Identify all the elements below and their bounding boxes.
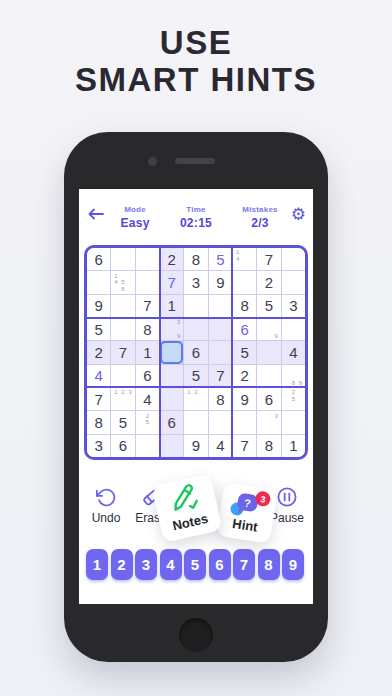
pencil-icon xyxy=(167,480,203,516)
cell-r9c6[interactable]: 4 xyxy=(209,435,232,457)
phone-mockup: Mode Easy Time 02:15 Mistakes 2/3 ⚙ 6285… xyxy=(64,132,328,662)
cell-r5c7[interactable]: 5 xyxy=(233,341,256,363)
time-stat: Time 02:15 xyxy=(180,205,212,230)
cell-r7c2[interactable]: 123 xyxy=(111,388,134,410)
undo-label: Undo xyxy=(84,511,128,525)
notes-card-button[interactable]: Notes xyxy=(151,473,223,543)
app-screen: Mode Easy Time 02:15 Mistakes 2/3 ⚙ 6285… xyxy=(79,189,313,604)
number-pad: 123456789 xyxy=(86,549,304,580)
cell-r2c2[interactable]: 1458 xyxy=(111,271,134,293)
cell-r6c3[interactable]: 6 xyxy=(136,365,159,387)
cell-r8c5[interactable] xyxy=(184,411,207,433)
user-digit: 7 xyxy=(167,274,175,291)
cell-r2c8[interactable]: 2 xyxy=(257,271,280,293)
cell-r3c4[interactable]: 1 xyxy=(160,295,183,317)
cell-r6c4[interactable] xyxy=(160,365,183,387)
cell-r6c9[interactable]: 89 xyxy=(282,365,305,387)
cell-r8c3[interactable]: 25 xyxy=(136,411,159,433)
box-line-vertical-1 xyxy=(159,248,161,457)
given-digit: 6 xyxy=(119,437,127,454)
numpad-9[interactable]: 9 xyxy=(282,549,304,580)
pencil-marks: 25 xyxy=(283,389,304,409)
given-digit: 7 xyxy=(216,367,224,384)
given-digit: 6 xyxy=(167,414,175,431)
title-line-1: USE xyxy=(0,24,392,61)
cell-r5c4[interactable] xyxy=(160,341,183,363)
given-digit: 9 xyxy=(216,274,224,291)
pencil-marks: 14 xyxy=(234,249,255,269)
cell-r9c3[interactable] xyxy=(136,435,159,457)
cell-r6c1[interactable]: 4 xyxy=(87,365,110,387)
cell-r3c6[interactable] xyxy=(209,295,232,317)
cell-r9c4[interactable] xyxy=(160,435,183,457)
given-digit: 1 xyxy=(167,297,175,314)
mode-value: Easy xyxy=(120,216,149,230)
page-title: USE SMART HINTS xyxy=(0,24,392,98)
given-digit: 1 xyxy=(143,344,151,361)
cell-r1c8[interactable]: 7 xyxy=(257,248,280,270)
cell-r8c9[interactable] xyxy=(282,411,305,433)
cell-r7c1[interactable]: 7 xyxy=(87,388,110,410)
numpad-3[interactable]: 3 xyxy=(135,549,157,580)
cell-r3c9[interactable]: 3 xyxy=(282,295,305,317)
cell-r4c8[interactable]: 9 xyxy=(257,318,280,340)
home-button[interactable] xyxy=(179,618,213,652)
given-digit: 8 xyxy=(265,437,273,454)
hint-bubble-icon: ? 3 xyxy=(234,492,263,517)
given-digit: 1 xyxy=(289,437,297,454)
pencil-marks: 12 xyxy=(185,389,206,409)
cell-r7c4[interactable] xyxy=(160,388,183,410)
cell-r2c1[interactable] xyxy=(87,271,110,293)
mode-label: Mode xyxy=(120,205,149,214)
cell-r3c2[interactable] xyxy=(111,295,134,317)
cell-r5c5[interactable]: 6 xyxy=(184,341,207,363)
cell-r3c5[interactable] xyxy=(184,295,207,317)
given-digit: 3 xyxy=(94,437,102,454)
time-label: Time xyxy=(180,205,212,214)
cell-r2c5[interactable]: 3 xyxy=(184,271,207,293)
given-digit: 6 xyxy=(192,344,200,361)
cell-r1c5[interactable]: 8 xyxy=(184,248,207,270)
given-digit: 8 xyxy=(240,297,248,314)
cell-r7c7[interactable]: 9 xyxy=(233,388,256,410)
given-digit: 7 xyxy=(94,391,102,408)
pencil-marks: 9 xyxy=(258,319,279,339)
cell-r8c1[interactable]: 8 xyxy=(87,411,110,433)
cell-r4c2[interactable] xyxy=(111,318,134,340)
given-digit: 3 xyxy=(289,297,297,314)
cell-r2c6[interactable]: 9 xyxy=(209,271,232,293)
cell-r7c6[interactable]: 8 xyxy=(209,388,232,410)
given-digit: 4 xyxy=(289,344,297,361)
numpad-2[interactable]: 2 xyxy=(111,549,133,580)
given-digit: 2 xyxy=(265,274,273,291)
cell-r4c1[interactable]: 5 xyxy=(87,318,110,340)
cell-r3c3[interactable]: 7 xyxy=(136,295,159,317)
cell-r2c3[interactable] xyxy=(136,271,159,293)
numpad-6[interactable]: 6 xyxy=(209,549,231,580)
mistakes-label: Mistakes xyxy=(242,205,277,214)
cell-r9c8[interactable]: 8 xyxy=(257,435,280,457)
cell-r3c8[interactable]: 5 xyxy=(257,295,280,317)
cell-r1c7[interactable]: 14 xyxy=(233,248,256,270)
given-digit: 9 xyxy=(94,297,102,314)
cell-r4c5[interactable] xyxy=(184,318,207,340)
given-digit: 4 xyxy=(216,437,224,454)
user-digit: 6 xyxy=(240,321,248,338)
given-digit: 6 xyxy=(265,391,273,408)
settings-gear-icon[interactable]: ⚙ xyxy=(291,206,306,223)
given-digit: 8 xyxy=(192,251,200,268)
box-line-horizontal-2 xyxy=(87,386,305,388)
cell-r1c4[interactable]: 2 xyxy=(160,248,183,270)
given-digit: 8 xyxy=(216,391,224,408)
given-digit: 9 xyxy=(192,437,200,454)
cell-r8c2[interactable]: 5 xyxy=(111,411,134,433)
cell-r6c5[interactable]: 5 xyxy=(184,365,207,387)
cell-r6c7[interactable]: 2 xyxy=(233,365,256,387)
hint-label: Hint xyxy=(217,514,273,537)
given-digit: 6 xyxy=(94,251,102,268)
given-digit: 7 xyxy=(240,437,248,454)
numpad-5[interactable]: 5 xyxy=(184,549,206,580)
mistakes-stat: Mistakes 2/3 xyxy=(242,205,277,230)
cell-r7c8[interactable]: 6 xyxy=(257,388,280,410)
numpad-8[interactable]: 8 xyxy=(258,549,280,580)
pencil-marks: 89 xyxy=(283,366,304,386)
given-digit: 7 xyxy=(265,251,273,268)
cell-r4c9[interactable] xyxy=(282,318,305,340)
mistakes-value: 2/3 xyxy=(242,216,277,230)
cell-r3c7[interactable]: 8 xyxy=(233,295,256,317)
cell-r4c6[interactable] xyxy=(209,318,232,340)
cell-r4c7[interactable]: 6 xyxy=(233,318,256,340)
undo-icon xyxy=(84,486,128,508)
cell-r1c3[interactable] xyxy=(136,248,159,270)
given-digit: 5 xyxy=(119,414,127,431)
numpad-1[interactable]: 1 xyxy=(86,549,108,580)
time-value: 02:15 xyxy=(180,216,212,230)
cell-r2c4[interactable]: 7 xyxy=(160,271,183,293)
title-line-2: SMART HINTS xyxy=(0,61,392,98)
numpad-7[interactable]: 7 xyxy=(233,549,255,580)
speaker-slot xyxy=(175,158,215,164)
pencil-marks: 39 xyxy=(161,319,182,339)
cell-r9c7[interactable]: 7 xyxy=(233,435,256,457)
given-digit: 6 xyxy=(143,367,151,384)
cell-r6c6[interactable]: 7 xyxy=(209,365,232,387)
cell-r2c9[interactable] xyxy=(282,271,305,293)
cell-r5c9[interactable]: 4 xyxy=(282,341,305,363)
given-digit: 7 xyxy=(119,344,127,361)
cell-r7c5[interactable]: 12 xyxy=(184,388,207,410)
cell-r2c7[interactable] xyxy=(233,271,256,293)
back-arrow-icon[interactable] xyxy=(88,208,104,220)
cell-r8c6[interactable] xyxy=(209,411,232,433)
given-digit: 5 xyxy=(94,321,102,338)
sudoku-board: 6285147145873929718535839692716544657289… xyxy=(84,245,308,460)
cell-r7c3[interactable]: 4 xyxy=(136,388,159,410)
cell-r7c9[interactable]: 25 xyxy=(282,388,305,410)
given-digit: 9 xyxy=(240,391,248,408)
given-digit: 8 xyxy=(143,321,151,338)
cell-r8c4[interactable]: 6 xyxy=(160,411,183,433)
cell-r6c8[interactable] xyxy=(257,365,280,387)
box-line-horizontal-1 xyxy=(87,317,305,319)
given-digit: 2 xyxy=(240,367,248,384)
cell-r9c2[interactable]: 6 xyxy=(111,435,134,457)
user-digit: 5 xyxy=(216,251,224,268)
cell-r4c4[interactable]: 39 xyxy=(160,318,183,340)
camera-dot xyxy=(148,157,157,166)
cell-r5c1[interactable]: 2 xyxy=(87,341,110,363)
pencil-marks: 25 xyxy=(137,412,158,432)
pencil-marks: 123 xyxy=(112,389,133,409)
cell-r4c3[interactable]: 8 xyxy=(136,318,159,340)
cell-r1c9[interactable] xyxy=(282,248,305,270)
given-digit: 3 xyxy=(192,274,200,291)
cell-r1c6[interactable]: 5 xyxy=(209,248,232,270)
cell-r5c8[interactable] xyxy=(257,341,280,363)
given-digit: 5 xyxy=(240,344,248,361)
pencil-marks: 1458 xyxy=(112,272,133,292)
cell-r8c8[interactable]: 3 xyxy=(257,411,280,433)
given-digit: 5 xyxy=(192,367,200,384)
cell-r9c9[interactable]: 1 xyxy=(282,435,305,457)
given-digit: 2 xyxy=(167,251,175,268)
cell-r9c1[interactable]: 3 xyxy=(87,435,110,457)
mode-stat: Mode Easy xyxy=(120,205,149,230)
cell-r1c1[interactable]: 6 xyxy=(87,248,110,270)
cell-r5c2[interactable]: 7 xyxy=(111,341,134,363)
given-digit: 4 xyxy=(143,391,151,408)
numpad-4[interactable]: 4 xyxy=(160,549,182,580)
box-line-vertical-2 xyxy=(231,248,233,457)
cell-r9c5[interactable]: 9 xyxy=(184,435,207,457)
user-digit: 4 xyxy=(94,367,102,384)
hint-card-button[interactable]: ? 3 Hint xyxy=(216,482,278,544)
cell-r3c1[interactable]: 9 xyxy=(87,295,110,317)
pencil-marks: 3 xyxy=(258,412,279,432)
given-digit: 2 xyxy=(94,344,102,361)
cell-r6c2[interactable] xyxy=(111,365,134,387)
given-digit: 8 xyxy=(94,414,102,431)
undo-button[interactable]: Undo xyxy=(84,486,128,525)
given-digit: 7 xyxy=(143,297,151,314)
given-digit: 5 xyxy=(265,297,273,314)
cell-r5c3[interactable]: 1 xyxy=(136,341,159,363)
cell-r5c6[interactable] xyxy=(209,341,232,363)
cell-r1c2[interactable] xyxy=(111,248,134,270)
sudoku-grid: 6285147145873929718535839692716544657289… xyxy=(87,248,305,457)
cell-r8c7[interactable] xyxy=(233,411,256,433)
